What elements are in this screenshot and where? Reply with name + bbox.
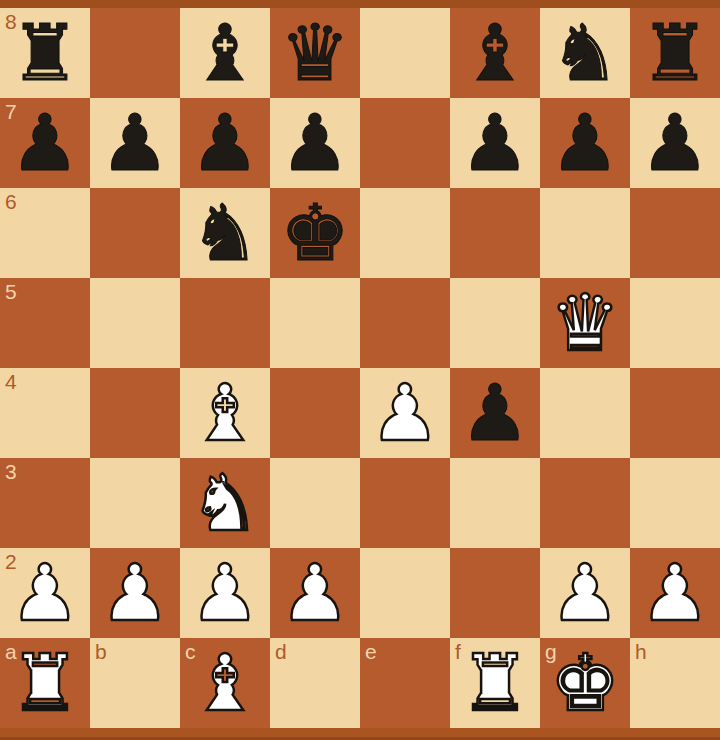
square-f1[interactable]: f♜ [450,638,540,728]
square-h2[interactable]: ♟ [630,548,720,638]
square-b7[interactable]: ♟ [90,98,180,188]
square-d4[interactable] [270,368,360,458]
white-rook[interactable]: ♜ [0,638,90,728]
square-f4[interactable]: ♟ [450,368,540,458]
square-a4[interactable]: 4 [0,368,90,458]
square-b5[interactable] [90,278,180,368]
board-edge-strip-top [0,0,720,8]
square-h3[interactable] [630,458,720,548]
square-h8[interactable]: ♜ [630,8,720,98]
square-d2[interactable]: ♟ [270,548,360,638]
square-h7[interactable]: ♟ [630,98,720,188]
square-d7[interactable]: ♟ [270,98,360,188]
square-h4[interactable] [630,368,720,458]
white-queen[interactable]: ♛ [540,278,630,368]
square-a8[interactable]: 8♜ [0,8,90,98]
white-pawn[interactable]: ♟ [180,548,270,638]
square-e2[interactable] [360,548,450,638]
coord-label-e: e [365,640,377,663]
chess-board: 8♜♝♛♝♞♜7♟♟♟♟♟♟♟6♞♚5♛4♝♟♟3♞2♟♟♟♟♟♟a♜bc♝de… [0,8,720,728]
square-a5[interactable]: 5 [0,278,90,368]
square-b3[interactable] [90,458,180,548]
coord-label-6: 6 [5,190,17,213]
square-a6[interactable]: 6 [0,188,90,278]
square-c7[interactable]: ♟ [180,98,270,188]
square-e4[interactable]: ♟ [360,368,450,458]
square-c6[interactable]: ♞ [180,188,270,278]
black-pawn[interactable]: ♟ [270,98,360,188]
square-b8[interactable] [90,8,180,98]
square-a7[interactable]: 7♟ [0,98,90,188]
square-b4[interactable] [90,368,180,458]
square-b2[interactable]: ♟ [90,548,180,638]
black-pawn[interactable]: ♟ [450,98,540,188]
square-e6[interactable] [360,188,450,278]
square-h1[interactable]: h [630,638,720,728]
black-queen[interactable]: ♛ [270,8,360,98]
white-knight[interactable]: ♞ [180,458,270,548]
white-king[interactable]: ♚ [540,638,630,728]
square-c8[interactable]: ♝ [180,8,270,98]
black-pawn[interactable]: ♟ [90,98,180,188]
white-pawn[interactable]: ♟ [630,548,720,638]
square-b6[interactable] [90,188,180,278]
coord-label-3: 3 [5,460,17,483]
black-bishop[interactable]: ♝ [450,8,540,98]
square-a1[interactable]: a♜ [0,638,90,728]
coord-label-d: d [275,640,287,663]
black-pawn[interactable]: ♟ [0,98,90,188]
square-h6[interactable] [630,188,720,278]
square-g2[interactable]: ♟ [540,548,630,638]
coord-label-5: 5 [5,280,17,303]
coord-label-4: 4 [5,370,17,393]
white-rook[interactable]: ♜ [450,638,540,728]
square-c1[interactable]: c♝ [180,638,270,728]
white-pawn[interactable]: ♟ [0,548,90,638]
black-pawn[interactable]: ♟ [180,98,270,188]
square-f8[interactable]: ♝ [450,8,540,98]
square-c3[interactable]: ♞ [180,458,270,548]
coord-label-h: h [635,640,647,663]
square-f5[interactable] [450,278,540,368]
white-pawn[interactable]: ♟ [540,548,630,638]
square-g4[interactable] [540,368,630,458]
square-e8[interactable] [360,8,450,98]
coord-label-b: b [95,640,107,663]
square-c2[interactable]: ♟ [180,548,270,638]
square-e5[interactable] [360,278,450,368]
black-rook[interactable]: ♜ [0,8,90,98]
square-c5[interactable] [180,278,270,368]
square-f3[interactable] [450,458,540,548]
square-f2[interactable] [450,548,540,638]
square-g5[interactable]: ♛ [540,278,630,368]
square-g3[interactable] [540,458,630,548]
square-f7[interactable]: ♟ [450,98,540,188]
square-g1[interactable]: g♚ [540,638,630,728]
square-a3[interactable]: 3 [0,458,90,548]
black-knight[interactable]: ♞ [180,188,270,278]
white-bishop[interactable]: ♝ [180,368,270,458]
square-c4[interactable]: ♝ [180,368,270,458]
black-bishop[interactable]: ♝ [180,8,270,98]
square-g6[interactable] [540,188,630,278]
black-rook[interactable]: ♜ [630,8,720,98]
square-d5[interactable] [270,278,360,368]
white-pawn[interactable]: ♟ [270,548,360,638]
square-d6[interactable]: ♚ [270,188,360,278]
square-d1[interactable]: d [270,638,360,728]
white-pawn[interactable]: ♟ [360,368,450,458]
square-g8[interactable]: ♞ [540,8,630,98]
square-d8[interactable]: ♛ [270,8,360,98]
square-e3[interactable] [360,458,450,548]
black-pawn[interactable]: ♟ [450,368,540,458]
white-bishop[interactable]: ♝ [180,638,270,728]
square-b1[interactable]: b [90,638,180,728]
square-e7[interactable] [360,98,450,188]
square-d3[interactable] [270,458,360,548]
black-pawn[interactable]: ♟ [540,98,630,188]
square-h5[interactable] [630,278,720,368]
square-g7[interactable]: ♟ [540,98,630,188]
board-edge-strip-bottom [0,728,720,740]
square-f6[interactable] [450,188,540,278]
square-e1[interactable]: e [360,638,450,728]
black-knight[interactable]: ♞ [540,8,630,98]
white-pawn[interactable]: ♟ [90,548,180,638]
black-king[interactable]: ♚ [270,188,360,278]
square-a2[interactable]: 2♟ [0,548,90,638]
black-pawn[interactable]: ♟ [630,98,720,188]
